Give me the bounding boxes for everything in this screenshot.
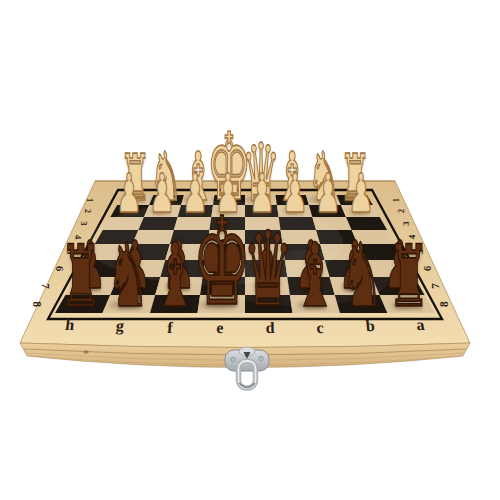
piece-shadow-d1 <box>244 196 270 201</box>
piece-white-bishop-f1: ♝ <box>178 157 218 202</box>
pawn-glyph: ♟ <box>207 233 239 299</box>
rook-glyph: ♜ <box>340 146 372 211</box>
piece-black-pawn-f7: ♟ <box>159 246 198 290</box>
piece-shadow-a7 <box>386 284 406 291</box>
piece-black-pawn-b7: ♟ <box>336 246 375 290</box>
chess-pieces-layer: ♜♞♝♛♚♝♞♜♟♟♟♟♟♟♟♟♟♟♟♟♟♟♟♟♜♞♝♛♚♝♞♜ <box>0 0 500 500</box>
piece-black-knight-b8: ♞ <box>335 249 388 308</box>
piece-white-pawn-b2: ♟ <box>312 178 344 214</box>
pawn-glyph: ♟ <box>149 167 175 221</box>
piece-shadow-d7 <box>254 284 274 291</box>
piece-white-rook-a1: ♜ <box>336 159 375 202</box>
piece-shadow-b1 <box>309 196 332 201</box>
piece-shadow-f8 <box>157 301 186 308</box>
piece-shadow-c8 <box>297 301 326 308</box>
piece-shadow-g7 <box>121 284 141 291</box>
pawn-glyph: ♟ <box>339 233 371 299</box>
pawn-glyph: ♟ <box>348 167 374 221</box>
piece-shadow-b7 <box>342 284 362 291</box>
piece-black-bishop-f8: ♝ <box>148 249 201 308</box>
pawn-glyph: ♟ <box>315 167 341 221</box>
piece-shadow-d2 <box>250 208 266 214</box>
piece-white-rook-h1: ♜ <box>115 159 154 202</box>
pawn-glyph: ♟ <box>248 167 274 221</box>
queen-glyph: ♛ <box>243 218 294 322</box>
bishop-glyph: ♝ <box>181 143 214 211</box>
piece-black-rook-h8: ♜ <box>56 251 107 308</box>
piece-shadow-f2 <box>184 208 200 214</box>
knight-glyph: ♞ <box>106 231 149 320</box>
piece-black-pawn-e7: ♟ <box>203 246 242 290</box>
piece-white-king-e1: ♚ <box>201 140 257 202</box>
king-glyph: ♚ <box>192 202 252 323</box>
piece-black-rook-a8: ♜ <box>383 251 434 308</box>
piece-shadow-c2 <box>283 208 299 214</box>
piece-shadow-h7 <box>77 284 97 291</box>
piece-shadow-e2 <box>217 208 233 214</box>
piece-black-pawn-c7: ♟ <box>292 246 331 290</box>
piece-shadow-e7 <box>210 284 230 291</box>
piece-white-pawn-g2: ♟ <box>146 178 178 214</box>
pawn-glyph: ♟ <box>251 233 283 299</box>
piece-shadow-h8 <box>63 301 92 308</box>
piece-black-pawn-d7: ♟ <box>247 246 286 290</box>
piece-shadow-c1 <box>278 196 300 201</box>
piece-white-pawn-h2: ♟ <box>113 178 145 214</box>
piece-black-queen-d8: ♛ <box>237 239 299 308</box>
bishop-glyph: ♝ <box>276 143 309 211</box>
piece-shadow-c7 <box>298 284 318 291</box>
piece-white-knight-b1: ♞ <box>304 157 344 202</box>
pawn-glyph: ♟ <box>182 167 208 221</box>
piece-shadow-a1 <box>341 196 363 201</box>
piece-black-pawn-g7: ♟ <box>115 246 154 290</box>
pawn-glyph: ♟ <box>282 167 308 221</box>
piece-shadow-a8 <box>391 301 420 308</box>
piece-white-pawn-e2: ♟ <box>212 178 244 214</box>
knight-glyph: ♞ <box>307 143 340 211</box>
piece-white-knight-g1: ♞ <box>146 157 186 202</box>
piece-shadow-b2 <box>317 208 333 214</box>
knight-glyph: ♞ <box>150 143 183 211</box>
piece-shadow-b8 <box>343 301 374 308</box>
piece-white-pawn-c2: ♟ <box>279 178 311 214</box>
queen-glyph: ♛ <box>241 133 280 213</box>
bishop-glyph: ♝ <box>293 231 336 320</box>
piece-black-pawn-a7: ♟ <box>380 246 419 290</box>
piece-shadow-h1 <box>120 196 142 201</box>
piece-shadow-e8 <box>200 301 237 308</box>
piece-white-pawn-d2: ♟ <box>245 178 277 214</box>
piece-shadow-e1 <box>212 196 240 201</box>
rook-glyph: ♜ <box>388 234 430 320</box>
pawn-glyph: ♟ <box>295 233 327 299</box>
piece-shadow-d8 <box>247 301 282 308</box>
piece-shadow-f7 <box>166 284 186 291</box>
piece-shadow-f1 <box>183 196 205 201</box>
chess-set-product-photo: 1234567812345678hgfedcba ♜♞♝♛♚♝♞♜♟♟♟♟♟♟♟… <box>0 0 500 500</box>
piece-white-pawn-f2: ♟ <box>179 178 211 214</box>
pawn-glyph: ♟ <box>74 233 106 299</box>
piece-black-knight-g8: ♞ <box>102 249 155 308</box>
rook-glyph: ♜ <box>119 146 151 211</box>
pawn-glyph: ♟ <box>118 233 150 299</box>
rook-glyph: ♜ <box>60 234 102 320</box>
piece-shadow-g1 <box>151 196 174 201</box>
bishop-glyph: ♝ <box>153 231 196 320</box>
pawn-glyph: ♟ <box>215 167 241 221</box>
pawn-glyph: ♟ <box>383 233 415 299</box>
piece-black-bishop-c8: ♝ <box>289 249 342 308</box>
piece-shadow-h2 <box>117 208 133 214</box>
pawn-glyph: ♟ <box>116 167 142 221</box>
piece-shadow-a2 <box>350 208 366 214</box>
piece-white-pawn-a2: ♟ <box>345 178 377 214</box>
king-glyph: ♚ <box>206 121 252 214</box>
piece-shadow-g2 <box>151 208 167 214</box>
knight-glyph: ♞ <box>340 231 383 320</box>
piece-white-bishop-c1: ♝ <box>272 157 312 202</box>
piece-black-king-e8: ♚ <box>185 227 258 308</box>
piece-shadow-g8 <box>109 301 140 308</box>
pawn-glyph: ♟ <box>163 233 195 299</box>
piece-white-queen-d1: ♛ <box>237 149 285 202</box>
piece-black-pawn-h7: ♟ <box>71 246 110 290</box>
